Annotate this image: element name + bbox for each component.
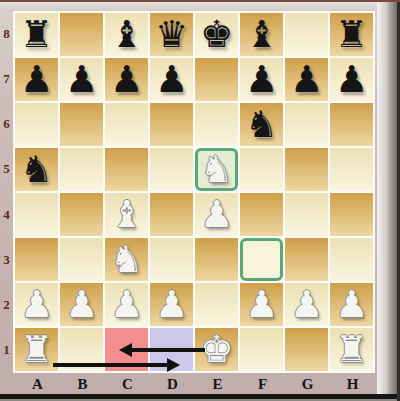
square-g1[interactable] [285, 328, 328, 371]
square-c2[interactable]: ♟ [105, 283, 148, 326]
square-g7[interactable]: ♟ [285, 58, 328, 101]
chess-board: ♜♝♛♚♝♜♟♟♟♟♟♟♟♞♞♞♝♟♞♟♟♟♟♟♟♟♜♚♜ [13, 11, 375, 373]
white-pawn: ♟ [335, 286, 368, 323]
white-pawn: ♟ [65, 286, 98, 323]
white-knight: ♞ [110, 241, 143, 278]
square-b4[interactable] [60, 193, 103, 236]
black-bishop: ♝ [245, 16, 278, 53]
black-queen: ♛ [155, 16, 188, 53]
square-a4[interactable] [15, 193, 58, 236]
square-b7[interactable]: ♟ [60, 58, 103, 101]
square-h1[interactable]: ♜ [330, 328, 373, 371]
square-c6[interactable] [105, 103, 148, 146]
square-e7[interactable] [195, 58, 238, 101]
chess-board-widget: 87654321 ♜♝♛♚♝♜♟♟♟♟♟♟♟♞♞♞♝♟♞♟♟♟♟♟♟♟♜♚♜ A… [0, 0, 400, 401]
rank-label-8: 8 [0, 11, 13, 56]
rank-labels: 87654321 [0, 11, 13, 373]
square-f1[interactable] [240, 328, 283, 371]
square-c3[interactable]: ♞ [105, 238, 148, 281]
square-b5[interactable] [60, 148, 103, 191]
black-pawn: ♟ [245, 61, 278, 98]
black-pawn: ♟ [65, 61, 98, 98]
frame-right-edge [377, 2, 388, 401]
square-g2[interactable]: ♟ [285, 283, 328, 326]
castling-rook-arrowhead-icon [167, 358, 180, 372]
square-c4[interactable]: ♝ [105, 193, 148, 236]
square-d2[interactable]: ♟ [150, 283, 193, 326]
square-h7[interactable]: ♟ [330, 58, 373, 101]
white-pawn: ♟ [290, 286, 323, 323]
square-h8[interactable]: ♜ [330, 13, 373, 56]
square-e5[interactable]: ♞ [195, 148, 238, 191]
rank-label-6: 6 [0, 102, 13, 147]
frame-right-bevel [388, 2, 397, 401]
white-knight: ♞ [200, 151, 233, 188]
square-a6[interactable] [15, 103, 58, 146]
square-f8[interactable]: ♝ [240, 13, 283, 56]
square-c8[interactable]: ♝ [105, 13, 148, 56]
square-c5[interactable] [105, 148, 148, 191]
square-d3[interactable] [150, 238, 193, 281]
square-a1[interactable]: ♜ [15, 328, 58, 371]
square-f2[interactable]: ♟ [240, 283, 283, 326]
square-h5[interactable] [330, 148, 373, 191]
file-label-f: F [240, 375, 285, 394]
white-pawn: ♟ [110, 286, 143, 323]
black-rook: ♜ [335, 16, 368, 53]
file-label-d: D [150, 375, 195, 394]
white-pawn: ♟ [245, 286, 278, 323]
square-g8[interactable] [285, 13, 328, 56]
square-a5[interactable]: ♞ [15, 148, 58, 191]
file-labels: ABCDEFGH [15, 375, 375, 394]
rank-label-1: 1 [0, 328, 13, 373]
square-d6[interactable] [150, 103, 193, 146]
castling-king-arrowhead-icon [119, 343, 132, 357]
square-b3[interactable] [60, 238, 103, 281]
black-knight: ♞ [245, 106, 278, 143]
square-e6[interactable] [195, 103, 238, 146]
frame-top-strip [0, 2, 400, 11]
castling-king-arrow [132, 348, 205, 352]
black-pawn: ♟ [155, 61, 188, 98]
rank-label-3: 3 [0, 237, 13, 282]
black-rook: ♜ [20, 16, 53, 53]
square-b8[interactable] [60, 13, 103, 56]
square-a8[interactable]: ♜ [15, 13, 58, 56]
white-pawn: ♟ [200, 196, 233, 233]
square-g5[interactable] [285, 148, 328, 191]
black-pawn: ♟ [110, 61, 143, 98]
square-e8[interactable]: ♚ [195, 13, 238, 56]
square-d5[interactable] [150, 148, 193, 191]
square-e2[interactable] [195, 283, 238, 326]
square-d4[interactable] [150, 193, 193, 236]
black-knight: ♞ [20, 151, 53, 188]
file-label-g: G [285, 375, 330, 394]
castling-rook-arrow [53, 363, 167, 367]
white-pawn: ♟ [155, 286, 188, 323]
square-a7[interactable]: ♟ [15, 58, 58, 101]
rank-label-2: 2 [0, 283, 13, 328]
white-pawn: ♟ [20, 286, 53, 323]
square-h3[interactable] [330, 238, 373, 281]
square-a3[interactable] [15, 238, 58, 281]
file-label-a: A [15, 375, 60, 394]
square-f3[interactable] [240, 238, 283, 281]
white-rook: ♜ [20, 331, 53, 368]
square-a2[interactable]: ♟ [15, 283, 58, 326]
square-c7[interactable]: ♟ [105, 58, 148, 101]
file-label-b: B [60, 375, 105, 394]
square-h4[interactable] [330, 193, 373, 236]
square-h2[interactable]: ♟ [330, 283, 373, 326]
file-label-h: H [330, 375, 375, 394]
square-e3[interactable] [195, 238, 238, 281]
square-f7[interactable]: ♟ [240, 58, 283, 101]
square-g4[interactable] [285, 193, 328, 236]
file-label-e: E [195, 375, 240, 394]
square-h6[interactable] [330, 103, 373, 146]
square-d7[interactable]: ♟ [150, 58, 193, 101]
square-b2[interactable]: ♟ [60, 283, 103, 326]
rank-label-5: 5 [0, 147, 13, 192]
black-bishop: ♝ [110, 16, 143, 53]
black-king: ♚ [200, 16, 233, 53]
square-e4[interactable]: ♟ [195, 193, 238, 236]
square-b6[interactable] [60, 103, 103, 146]
rank-label-4: 4 [0, 192, 13, 237]
square-f5[interactable] [240, 148, 283, 191]
square-g3[interactable] [285, 238, 328, 281]
black-pawn: ♟ [20, 61, 53, 98]
white-rook: ♜ [335, 331, 368, 368]
black-pawn: ♟ [290, 61, 323, 98]
rank-label-7: 7 [0, 56, 13, 101]
square-g6[interactable] [285, 103, 328, 146]
white-bishop: ♝ [110, 196, 143, 233]
black-pawn: ♟ [335, 61, 368, 98]
file-label-c: C [105, 375, 150, 394]
square-f6[interactable]: ♞ [240, 103, 283, 146]
square-f4[interactable] [240, 193, 283, 236]
square-d8[interactable]: ♛ [150, 13, 193, 56]
